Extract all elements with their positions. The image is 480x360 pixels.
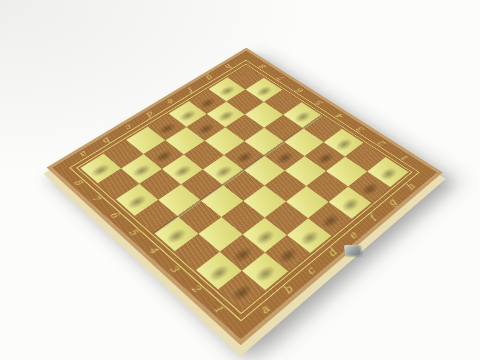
file-label-far-a: a [67,142,102,166]
board-grid: ♜♝♛♞♜♟♟♚♟♟♟♞♟♟♝♟♟♟♟♟♟♟♜♞♝♛♚♝♞♜ [80,66,408,310]
chess-board: abcdefgh abcdefgh 87654321 87654321 ♜♝♛♞… [47,48,443,346]
metal-clasp-icon [344,245,362,257]
square-f1[interactable]: ♝ [329,187,372,219]
playing-area: ♜♝♛♞♜♟♟♚♟♟♟♞♟♟♝♟♟♟♟♟♟♟♜♞♝♛♚♝♞♜ [80,66,408,310]
product-photo-stage: abcdefgh abcdefgh 87654321 87654321 ♜♝♛♞… [0,0,480,360]
